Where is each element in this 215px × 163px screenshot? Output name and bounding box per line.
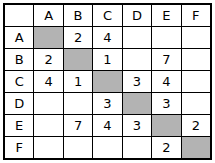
cell-D-B — [64, 93, 92, 114]
cell-C-E: 4 — [152, 71, 180, 92]
cell-F-A — [34, 137, 62, 158]
weight-matrix-table: A B C D E F A 2 4 B 2 1 7 C 4 1 3 4 D 3 … — [3, 3, 212, 160]
corner-cell — [5, 5, 33, 26]
cell-F-C — [93, 137, 121, 158]
row-header-D: D — [5, 93, 33, 114]
cell-E-D: 3 — [123, 115, 151, 136]
cell-D-D — [123, 93, 151, 114]
cell-E-C: 4 — [93, 115, 121, 136]
cell-D-A — [34, 93, 62, 114]
cell-E-B: 7 — [64, 115, 92, 136]
cell-B-F — [182, 49, 210, 70]
cell-E-F: 2 — [182, 115, 210, 136]
cell-C-F — [182, 71, 210, 92]
cell-B-C: 1 — [93, 49, 121, 70]
cell-D-C: 3 — [93, 93, 121, 114]
cell-E-E — [152, 115, 180, 136]
cell-F-F — [182, 137, 210, 158]
row-header-A: A — [5, 27, 33, 48]
col-header-B: B — [64, 5, 92, 26]
cell-F-D — [123, 137, 151, 158]
cell-B-E: 7 — [152, 49, 180, 70]
col-header-A: A — [34, 5, 62, 26]
cell-D-E: 3 — [152, 93, 180, 114]
col-header-E: E — [152, 5, 180, 26]
cell-A-B: 2 — [64, 27, 92, 48]
row-header-F: F — [5, 137, 33, 158]
cell-B-A: 2 — [34, 49, 62, 70]
row-header-C: C — [5, 71, 33, 92]
cell-B-D — [123, 49, 151, 70]
col-header-F: F — [182, 5, 210, 26]
cell-A-E — [152, 27, 180, 48]
cell-D-F — [182, 93, 210, 114]
col-header-D: D — [123, 5, 151, 26]
cell-C-D: 3 — [123, 71, 151, 92]
cell-C-C — [93, 71, 121, 92]
cell-C-B: 1 — [64, 71, 92, 92]
cell-F-B — [64, 137, 92, 158]
cell-C-A: 4 — [34, 71, 62, 92]
cell-E-A — [34, 115, 62, 136]
cell-A-C: 4 — [93, 27, 121, 48]
cell-A-F — [182, 27, 210, 48]
cell-A-D — [123, 27, 151, 48]
cell-F-E: 2 — [152, 137, 180, 158]
cell-A-A — [34, 27, 62, 48]
cell-B-B — [64, 49, 92, 70]
col-header-C: C — [93, 5, 121, 26]
row-header-B: B — [5, 49, 33, 70]
row-header-E: E — [5, 115, 33, 136]
